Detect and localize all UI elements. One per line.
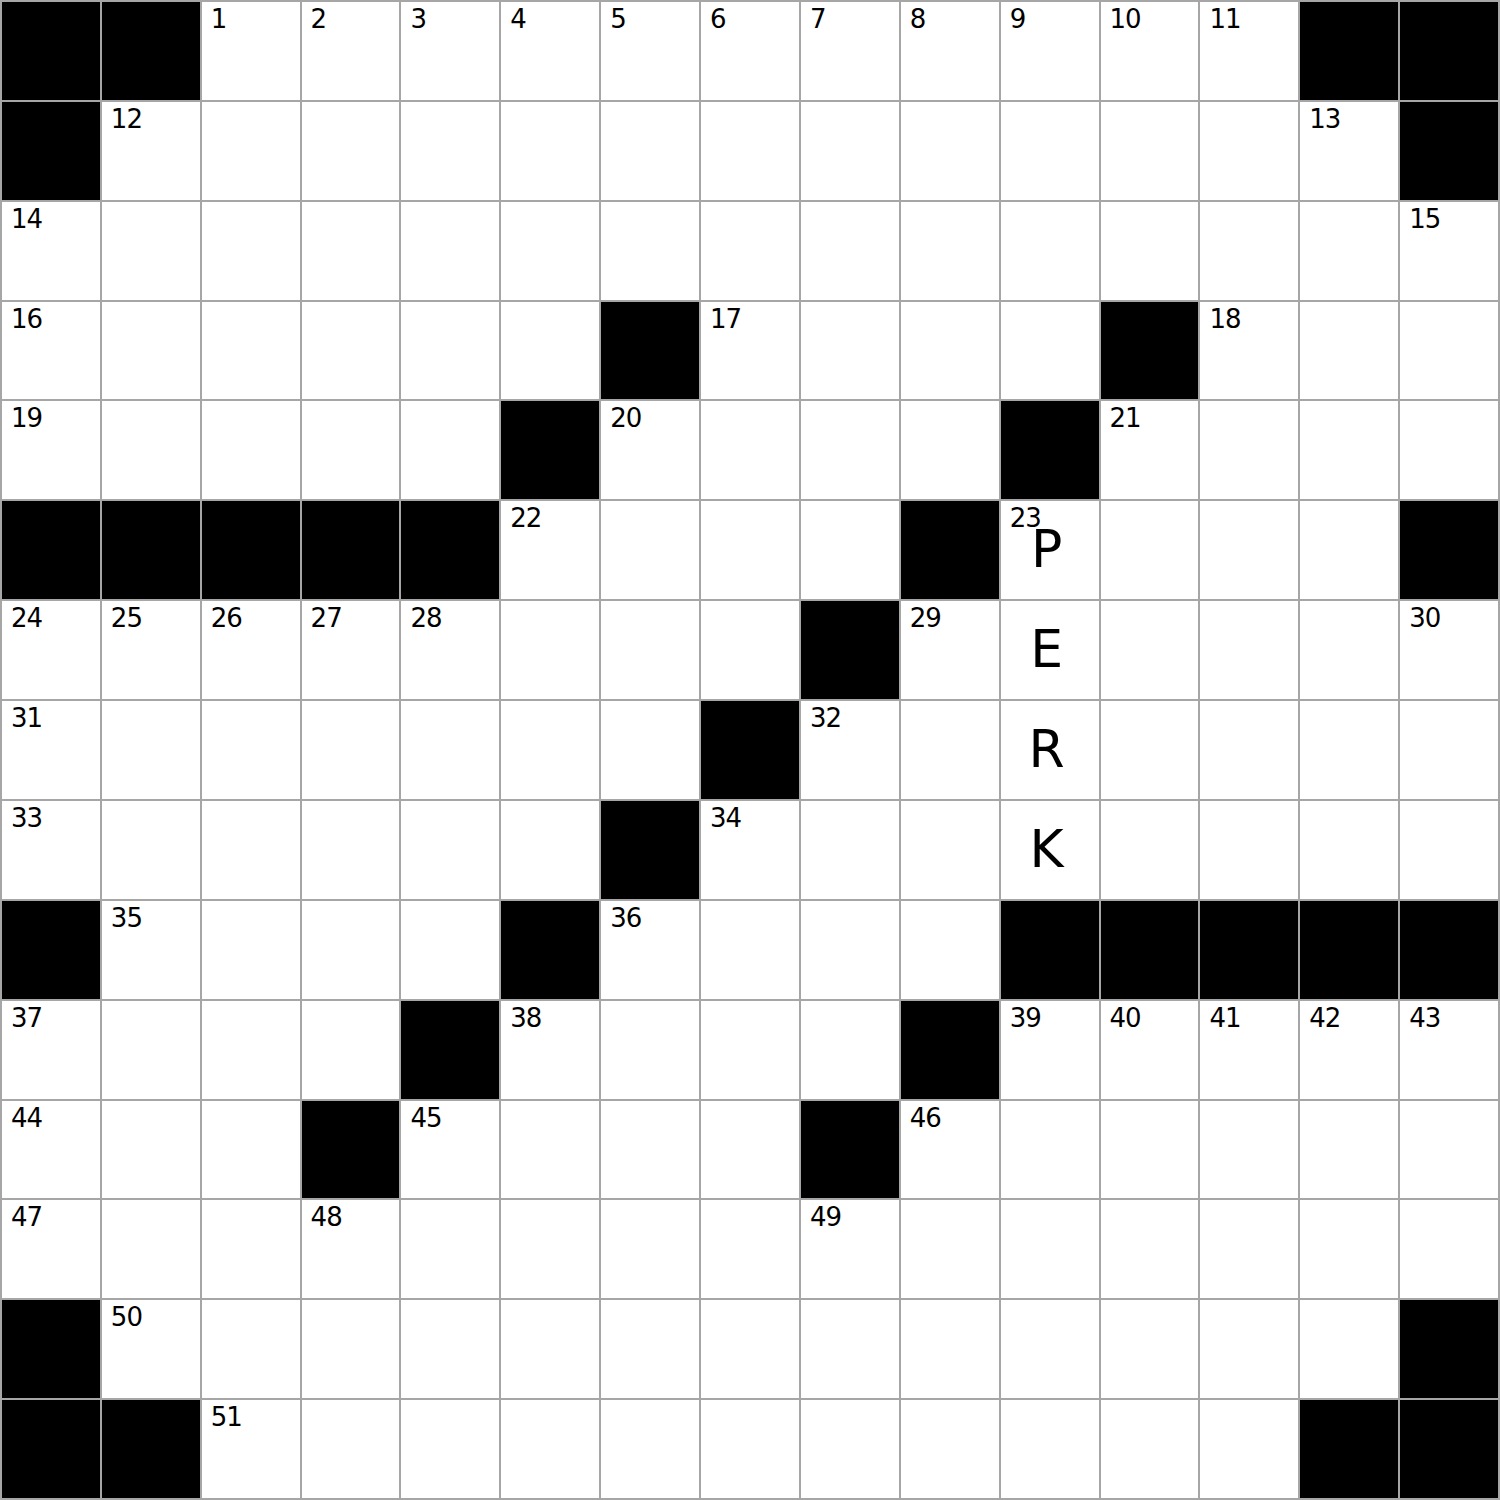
cell-2-9[interactable] (901, 202, 999, 300)
cell-11-9[interactable]: 46 (901, 1101, 999, 1199)
clue-number: 31 (11, 705, 42, 732)
black-cell-14-0 (2, 1400, 100, 1498)
clue-number: 20 (610, 405, 641, 432)
cell-6-2[interactable]: 26 (202, 601, 300, 699)
cell-8-1[interactable] (102, 801, 200, 899)
clue-number: 39 (1010, 1005, 1041, 1032)
cell-8-0[interactable]: 33 (2, 801, 100, 899)
clue-number: 4 (510, 6, 526, 33)
cell-13-11[interactable] (1101, 1300, 1199, 1398)
clue-number: 35 (111, 905, 142, 932)
cell-2-6[interactable] (601, 202, 699, 300)
filled-letter: P (1031, 519, 1062, 579)
clue-number: 33 (11, 805, 42, 832)
cell-14-6[interactable] (601, 1400, 699, 1498)
cell-8-3[interactable] (302, 801, 400, 899)
cell-2-14[interactable]: 15 (1400, 202, 1498, 300)
crossword-grid: 1234567891011121314151617181920212223P24… (0, 0, 1500, 1500)
cell-1-4[interactable] (401, 102, 499, 200)
cell-13-4[interactable] (401, 1300, 499, 1398)
black-cell-4-10 (1001, 401, 1099, 499)
cell-0-4[interactable]: 3 (401, 2, 499, 100)
cell-7-5[interactable] (501, 701, 599, 799)
cell-9-4[interactable] (401, 901, 499, 999)
cell-2-5[interactable] (501, 202, 599, 300)
cell-10-11[interactable]: 40 (1101, 1001, 1199, 1099)
clue-number: 25 (111, 605, 142, 632)
cell-10-2[interactable] (202, 1001, 300, 1099)
cell-4-8[interactable] (801, 401, 899, 499)
cell-14-5[interactable] (501, 1400, 599, 1498)
clue-number: 26 (211, 605, 242, 632)
cell-7-2[interactable] (202, 701, 300, 799)
cell-8-8[interactable] (801, 801, 899, 899)
cell-0-10[interactable]: 9 (1001, 2, 1099, 100)
cell-3-3[interactable] (302, 302, 400, 400)
cell-5-13[interactable] (1300, 501, 1398, 599)
black-cell-5-14 (1400, 501, 1498, 599)
clue-number: 10 (1110, 6, 1141, 33)
cell-1-7[interactable] (701, 102, 799, 200)
cell-14-10[interactable] (1001, 1400, 1099, 1498)
cell-8-14[interactable] (1400, 801, 1498, 899)
cell-12-9[interactable] (901, 1200, 999, 1298)
cell-11-5[interactable] (501, 1101, 599, 1199)
cell-6-10[interactable]: E (1001, 601, 1099, 699)
clue-number: 37 (11, 1005, 42, 1032)
cell-6-13[interactable] (1300, 601, 1398, 699)
cell-13-2[interactable] (202, 1300, 300, 1398)
cell-1-8[interactable] (801, 102, 899, 200)
cell-6-7[interactable] (701, 601, 799, 699)
cell-7-12[interactable] (1200, 701, 1298, 799)
clue-number: 3 (410, 6, 426, 33)
clue-number: 12 (111, 106, 142, 133)
cell-12-7[interactable] (701, 1200, 799, 1298)
cell-1-9[interactable] (901, 102, 999, 200)
cell-6-6[interactable] (601, 601, 699, 699)
black-cell-13-0 (2, 1300, 100, 1398)
clue-number: 38 (510, 1005, 541, 1032)
black-cell-10-4 (401, 1001, 499, 1099)
cell-3-9[interactable] (901, 302, 999, 400)
cell-6-12[interactable] (1200, 601, 1298, 699)
cell-0-9[interactable]: 8 (901, 2, 999, 100)
cell-7-14[interactable] (1400, 701, 1498, 799)
cell-3-1[interactable] (102, 302, 200, 400)
clue-number: 2 (311, 6, 327, 33)
cell-3-2[interactable] (202, 302, 300, 400)
cell-1-6[interactable] (601, 102, 699, 200)
cell-0-12[interactable]: 11 (1200, 2, 1298, 100)
clue-number: 42 (1309, 1005, 1340, 1032)
cell-12-1[interactable] (102, 1200, 200, 1298)
cell-0-3[interactable]: 2 (302, 2, 400, 100)
clue-number: 50 (111, 1304, 142, 1331)
cell-3-7[interactable]: 17 (701, 302, 799, 400)
clue-number: 48 (311, 1204, 342, 1231)
cell-10-1[interactable] (102, 1001, 200, 1099)
cell-7-0[interactable]: 31 (2, 701, 100, 799)
cell-12-12[interactable] (1200, 1200, 1298, 1298)
cell-2-3[interactable] (302, 202, 400, 300)
cell-3-5[interactable] (501, 302, 599, 400)
cell-10-7[interactable] (701, 1001, 799, 1099)
cell-5-6[interactable] (601, 501, 699, 599)
cell-7-4[interactable] (401, 701, 499, 799)
cell-1-11[interactable] (1101, 102, 1199, 200)
clue-number: 30 (1409, 605, 1440, 632)
cell-13-10[interactable] (1001, 1300, 1099, 1398)
cell-12-6[interactable] (601, 1200, 699, 1298)
cell-2-4[interactable] (401, 202, 499, 300)
cell-11-1[interactable] (102, 1101, 200, 1199)
cell-1-5[interactable] (501, 102, 599, 200)
cell-6-5[interactable] (501, 601, 599, 699)
cell-10-12[interactable]: 41 (1200, 1001, 1298, 1099)
cell-3-12[interactable]: 18 (1200, 302, 1298, 400)
cell-1-3[interactable] (302, 102, 400, 200)
cell-6-11[interactable] (1101, 601, 1199, 699)
cell-0-8[interactable]: 7 (801, 2, 899, 100)
cell-12-4[interactable] (401, 1200, 499, 1298)
cell-11-0[interactable]: 44 (2, 1101, 100, 1199)
cell-9-1[interactable]: 35 (102, 901, 200, 999)
cell-4-9[interactable] (901, 401, 999, 499)
cell-6-4[interactable]: 28 (401, 601, 499, 699)
clue-number: 22 (510, 505, 541, 532)
cell-13-7[interactable] (701, 1300, 799, 1398)
black-cell-7-7 (701, 701, 799, 799)
black-cell-11-8 (801, 1101, 899, 1199)
cell-2-13[interactable] (1300, 202, 1398, 300)
cell-3-0[interactable]: 16 (2, 302, 100, 400)
cell-8-10[interactable]: K (1001, 801, 1099, 899)
cell-3-14[interactable] (1400, 302, 1498, 400)
cell-3-13[interactable] (1300, 302, 1398, 400)
clue-number: 24 (11, 605, 42, 632)
clue-number: 18 (1209, 306, 1240, 333)
black-cell-0-13 (1300, 2, 1398, 100)
cell-10-10[interactable]: 39 (1001, 1001, 1099, 1099)
cell-9-7[interactable] (701, 901, 799, 999)
black-cell-0-0 (2, 2, 100, 100)
clue-number: 21 (1110, 405, 1141, 432)
black-cell-14-14 (1400, 1400, 1498, 1498)
cell-4-14[interactable] (1400, 401, 1498, 499)
cell-11-4[interactable]: 45 (401, 1101, 499, 1199)
cell-6-9[interactable]: 29 (901, 601, 999, 699)
cell-14-3[interactable] (302, 1400, 400, 1498)
cell-1-12[interactable] (1200, 102, 1298, 200)
cell-4-1[interactable] (102, 401, 200, 499)
cell-14-4[interactable] (401, 1400, 499, 1498)
cell-11-10[interactable] (1001, 1101, 1099, 1199)
cell-8-4[interactable] (401, 801, 499, 899)
cell-12-0[interactable]: 47 (2, 1200, 100, 1298)
filled-letter: E (1030, 619, 1063, 679)
black-cell-5-4 (401, 501, 499, 599)
cell-7-9[interactable] (901, 701, 999, 799)
clue-number: 17 (710, 306, 741, 333)
clue-number: 14 (11, 206, 42, 233)
cell-7-10[interactable]: R (1001, 701, 1099, 799)
cell-14-9[interactable] (901, 1400, 999, 1498)
black-cell-13-14 (1400, 1300, 1498, 1398)
cell-5-7[interactable] (701, 501, 799, 599)
cell-2-12[interactable] (1200, 202, 1298, 300)
cell-11-7[interactable] (701, 1101, 799, 1199)
cell-9-8[interactable] (801, 901, 899, 999)
cell-1-13[interactable]: 13 (1300, 102, 1398, 200)
cell-10-0[interactable]: 37 (2, 1001, 100, 1099)
cell-8-11[interactable] (1101, 801, 1199, 899)
cell-10-6[interactable] (601, 1001, 699, 1099)
clue-number: 40 (1110, 1005, 1141, 1032)
black-cell-14-1 (102, 1400, 200, 1498)
cell-3-10[interactable] (1001, 302, 1099, 400)
cell-8-12[interactable] (1200, 801, 1298, 899)
black-cell-11-3 (302, 1101, 400, 1199)
cell-8-7[interactable]: 34 (701, 801, 799, 899)
cell-5-5[interactable]: 22 (501, 501, 599, 599)
cell-0-2[interactable]: 1 (202, 2, 300, 100)
cell-2-2[interactable] (202, 202, 300, 300)
cell-12-14[interactable] (1400, 1200, 1498, 1298)
cell-12-3[interactable]: 48 (302, 1200, 400, 1298)
clue-number: 11 (1209, 6, 1240, 33)
cell-8-5[interactable] (501, 801, 599, 899)
cell-9-9[interactable] (901, 901, 999, 999)
cell-12-8[interactable]: 49 (801, 1200, 899, 1298)
clue-number: 28 (410, 605, 441, 632)
clue-number: 45 (410, 1105, 441, 1132)
cell-14-8[interactable] (801, 1400, 899, 1498)
cell-3-4[interactable] (401, 302, 499, 400)
cell-2-7[interactable] (701, 202, 799, 300)
clue-number: 36 (610, 905, 641, 932)
clue-number: 19 (11, 405, 42, 432)
cell-14-11[interactable] (1101, 1400, 1199, 1498)
cell-5-11[interactable] (1101, 501, 1199, 599)
cell-4-0[interactable]: 19 (2, 401, 100, 499)
clue-number: 47 (11, 1204, 42, 1231)
clue-number: 51 (211, 1404, 242, 1431)
cell-4-12[interactable] (1200, 401, 1298, 499)
black-cell-5-0 (2, 501, 100, 599)
black-cell-14-13 (1300, 1400, 1398, 1498)
cell-9-3[interactable] (302, 901, 400, 999)
cell-5-8[interactable] (801, 501, 899, 599)
cell-4-4[interactable] (401, 401, 499, 499)
clue-number: 9 (1010, 6, 1026, 33)
cell-12-5[interactable] (501, 1200, 599, 1298)
cell-14-12[interactable] (1200, 1400, 1298, 1498)
black-cell-0-1 (102, 2, 200, 100)
black-cell-1-0 (2, 102, 100, 200)
black-cell-9-0 (2, 901, 100, 999)
black-cell-10-9 (901, 1001, 999, 1099)
cell-4-11[interactable]: 21 (1101, 401, 1199, 499)
cell-10-14[interactable]: 43 (1400, 1001, 1498, 1099)
cell-13-6[interactable] (601, 1300, 699, 1398)
cell-9-2[interactable] (202, 901, 300, 999)
cell-4-7[interactable] (701, 401, 799, 499)
cell-11-11[interactable] (1101, 1101, 1199, 1199)
cell-11-6[interactable] (601, 1101, 699, 1199)
cell-10-8[interactable] (801, 1001, 899, 1099)
cell-11-2[interactable] (202, 1101, 300, 1199)
black-cell-5-2 (202, 501, 300, 599)
cell-9-6[interactable]: 36 (601, 901, 699, 999)
cell-10-3[interactable] (302, 1001, 400, 1099)
cell-1-1[interactable]: 12 (102, 102, 200, 200)
clue-number: 43 (1409, 1005, 1440, 1032)
cell-6-3[interactable]: 27 (302, 601, 400, 699)
black-cell-5-1 (102, 501, 200, 599)
cell-2-1[interactable] (102, 202, 200, 300)
cell-13-9[interactable] (901, 1300, 999, 1398)
cell-0-7[interactable]: 6 (701, 2, 799, 100)
black-cell-9-10 (1001, 901, 1099, 999)
black-cell-6-8 (801, 601, 899, 699)
cell-14-7[interactable] (701, 1400, 799, 1498)
cell-8-13[interactable] (1300, 801, 1398, 899)
clue-number: 6 (710, 6, 726, 33)
cell-6-14[interactable]: 30 (1400, 601, 1498, 699)
cell-4-3[interactable] (302, 401, 400, 499)
clue-number: 29 (910, 605, 941, 632)
clue-number: 13 (1309, 106, 1340, 133)
cell-12-2[interactable] (202, 1200, 300, 1298)
cell-0-6[interactable]: 5 (601, 2, 699, 100)
filled-letter: K (1030, 819, 1064, 879)
cell-4-2[interactable] (202, 401, 300, 499)
cell-8-9[interactable] (901, 801, 999, 899)
cell-4-13[interactable] (1300, 401, 1398, 499)
cell-6-0[interactable]: 24 (2, 601, 100, 699)
clue-number: 34 (710, 805, 741, 832)
black-cell-9-11 (1101, 901, 1199, 999)
cell-13-13[interactable] (1300, 1300, 1398, 1398)
clue-number: 27 (311, 605, 342, 632)
clue-number: 15 (1409, 206, 1440, 233)
cell-12-13[interactable] (1300, 1200, 1398, 1298)
cell-7-3[interactable] (302, 701, 400, 799)
cell-14-2[interactable]: 51 (202, 1400, 300, 1498)
clue-number: 8 (910, 6, 926, 33)
cell-1-2[interactable] (202, 102, 300, 200)
cell-11-14[interactable] (1400, 1101, 1498, 1199)
clue-number: 1 (211, 6, 227, 33)
clue-number: 46 (910, 1105, 941, 1132)
clue-number: 41 (1209, 1005, 1240, 1032)
cell-13-1[interactable]: 50 (102, 1300, 200, 1398)
cell-2-10[interactable] (1001, 202, 1099, 300)
cell-12-10[interactable] (1001, 1200, 1099, 1298)
black-cell-0-14 (1400, 2, 1498, 100)
black-cell-5-3 (302, 501, 400, 599)
cell-7-6[interactable] (601, 701, 699, 799)
cell-0-5[interactable]: 4 (501, 2, 599, 100)
cell-10-13[interactable]: 42 (1300, 1001, 1398, 1099)
clue-number: 32 (810, 705, 841, 732)
cell-5-12[interactable] (1200, 501, 1298, 599)
cell-2-0[interactable]: 14 (2, 202, 100, 300)
cell-5-10[interactable]: 23P (1001, 501, 1099, 599)
black-cell-4-5 (501, 401, 599, 499)
black-cell-5-9 (901, 501, 999, 599)
black-cell-9-12 (1200, 901, 1298, 999)
black-cell-9-13 (1300, 901, 1398, 999)
black-cell-9-14 (1400, 901, 1498, 999)
black-cell-8-6 (601, 801, 699, 899)
clue-number: 44 (11, 1105, 42, 1132)
cell-7-11[interactable] (1101, 701, 1199, 799)
cell-6-1[interactable]: 25 (102, 601, 200, 699)
cell-11-12[interactable] (1200, 1101, 1298, 1199)
cell-13-5[interactable] (501, 1300, 599, 1398)
cell-11-13[interactable] (1300, 1101, 1398, 1199)
cell-1-10[interactable] (1001, 102, 1099, 200)
black-cell-3-11 (1101, 302, 1199, 400)
cell-2-11[interactable] (1101, 202, 1199, 300)
black-cell-3-6 (601, 302, 699, 400)
cell-10-5[interactable]: 38 (501, 1001, 599, 1099)
black-cell-1-14 (1400, 102, 1498, 200)
cell-7-13[interactable] (1300, 701, 1398, 799)
cell-13-8[interactable] (801, 1300, 899, 1398)
cell-12-11[interactable] (1101, 1200, 1199, 1298)
cell-13-12[interactable] (1200, 1300, 1298, 1398)
cell-2-8[interactable] (801, 202, 899, 300)
filled-letter: R (1029, 719, 1065, 779)
black-cell-9-5 (501, 901, 599, 999)
cell-8-2[interactable] (202, 801, 300, 899)
clue-number: 49 (810, 1204, 841, 1231)
cell-4-6[interactable]: 20 (601, 401, 699, 499)
clue-number: 16 (11, 306, 42, 333)
clue-number: 5 (610, 6, 626, 33)
cell-13-3[interactable] (302, 1300, 400, 1398)
clue-number: 7 (810, 6, 826, 33)
cell-7-1[interactable] (102, 701, 200, 799)
cell-3-8[interactable] (801, 302, 899, 400)
cell-7-8[interactable]: 32 (801, 701, 899, 799)
cell-0-11[interactable]: 10 (1101, 2, 1199, 100)
